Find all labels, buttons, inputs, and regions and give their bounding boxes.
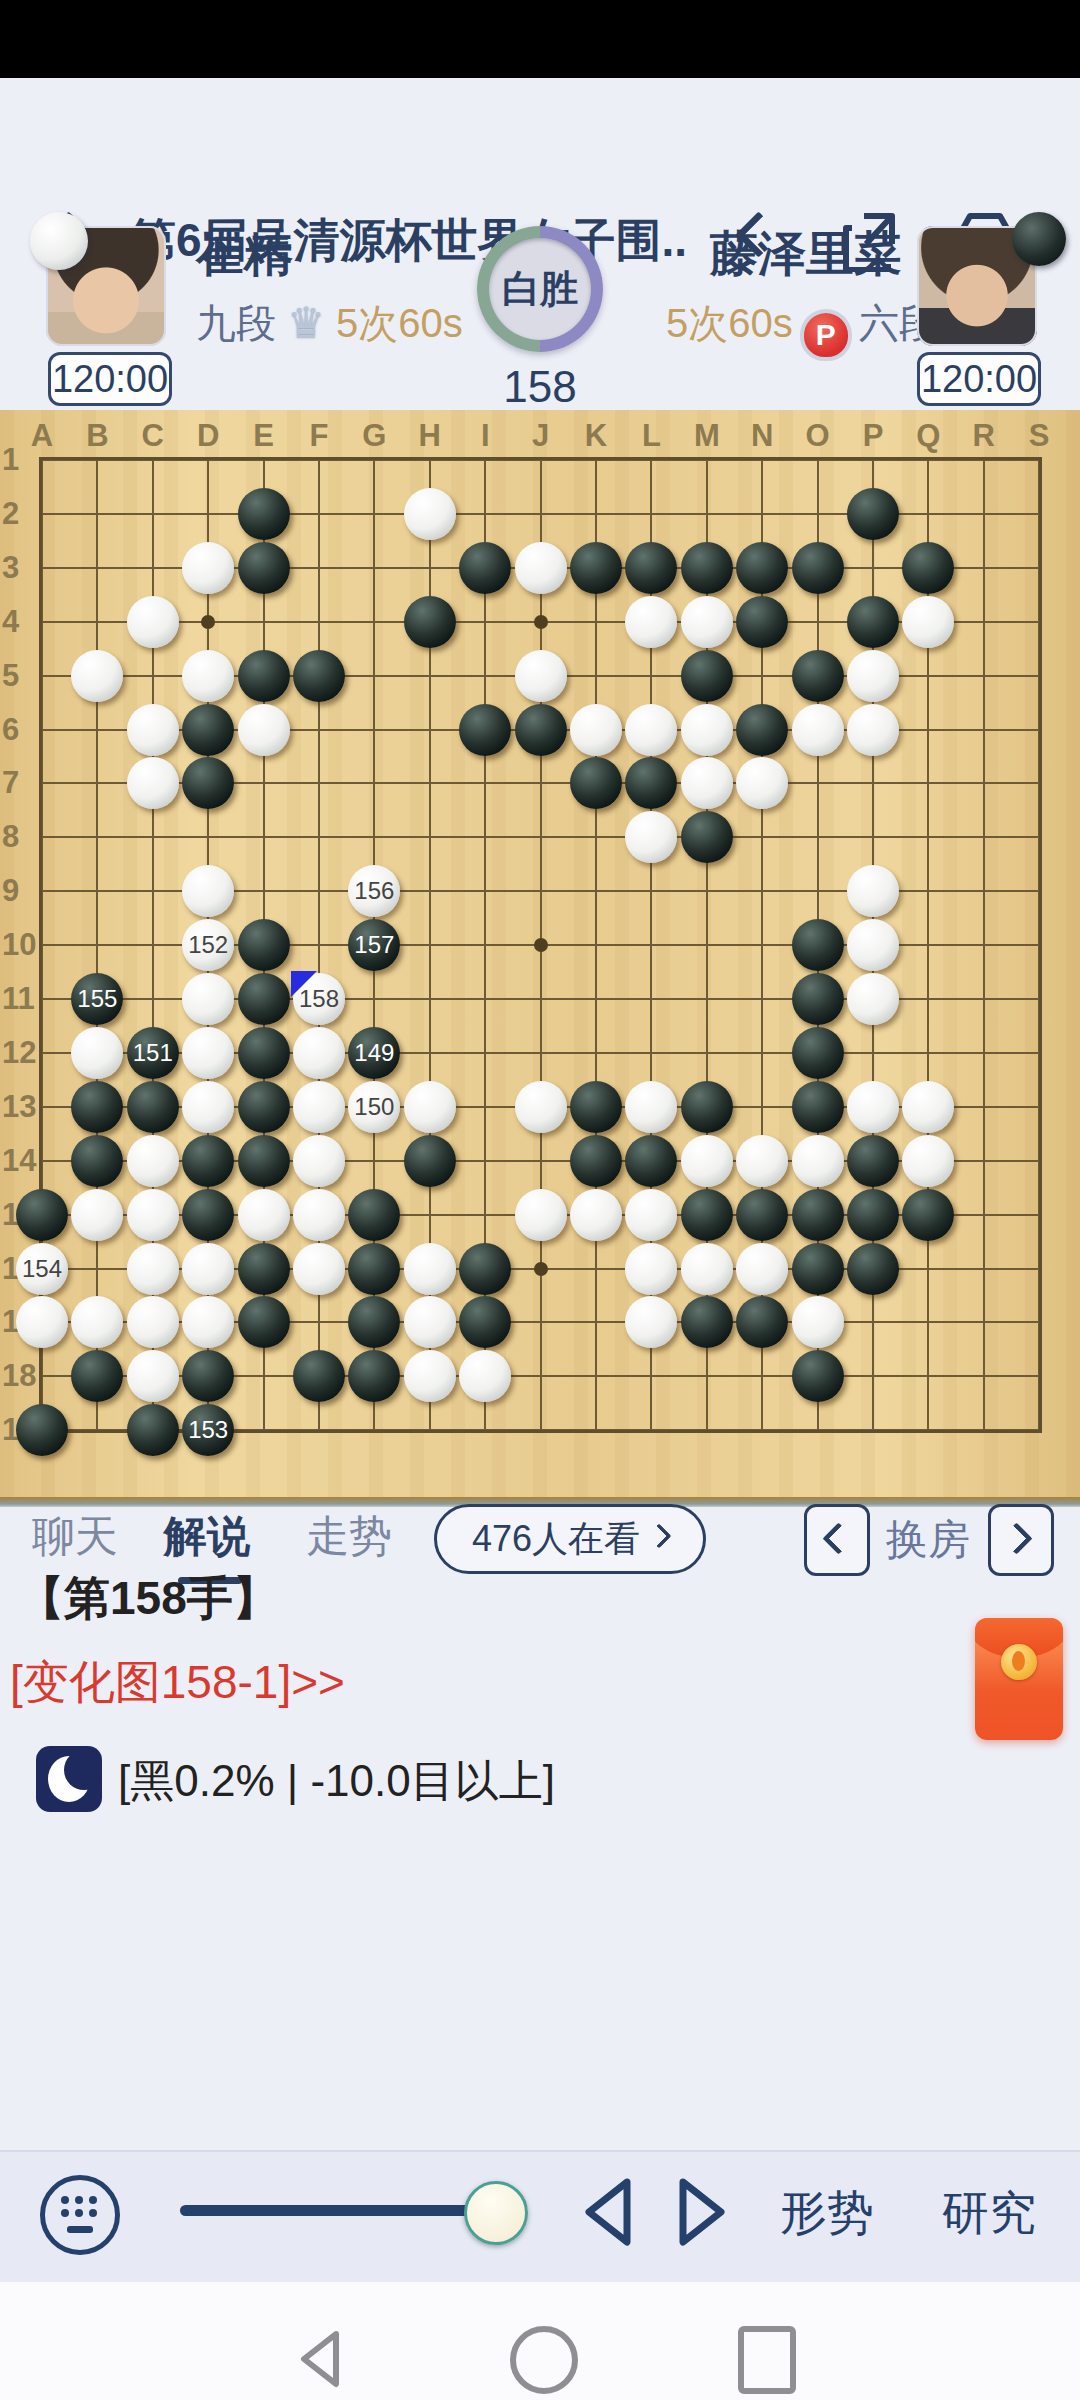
go-stone xyxy=(293,1350,345,1402)
go-stone xyxy=(459,704,511,756)
coordinate-row-label: 18 xyxy=(2,1358,38,1394)
go-stone: 155 xyxy=(71,973,123,1025)
coordinate-column-label: I xyxy=(471,418,499,454)
right-player-clock: 120:00 xyxy=(917,352,1041,406)
star-point xyxy=(534,615,548,629)
go-stone xyxy=(792,1296,844,1348)
go-stone xyxy=(847,973,899,1025)
coordinate-column-label: S xyxy=(1025,418,1053,454)
go-stone xyxy=(570,1189,622,1241)
coordinate-column-label: D xyxy=(194,418,222,454)
go-stone xyxy=(16,1296,68,1348)
go-stone xyxy=(902,542,954,594)
go-stone xyxy=(736,542,788,594)
go-stone xyxy=(515,542,567,594)
viewers-pill[interactable]: 476人在看 xyxy=(434,1504,706,1574)
go-stone xyxy=(570,704,622,756)
go-stone xyxy=(182,1027,234,1079)
go-stone: 149 xyxy=(348,1027,400,1079)
go-stone xyxy=(182,1135,234,1187)
coordinate-row-label: 8 xyxy=(2,819,38,855)
go-stone: 151 xyxy=(127,1027,179,1079)
go-stone xyxy=(71,1081,123,1133)
coordinate-column-label: J xyxy=(527,418,555,454)
app-screen: 第6届吴清源杯世界女子围... 崔精 九段 ♛ 5次60s 120:00 白胜 … xyxy=(0,0,1080,2400)
star-point xyxy=(534,1262,548,1276)
prev-room-button[interactable] xyxy=(804,1504,870,1576)
go-stone xyxy=(127,1243,179,1295)
header: 第6届吴清源杯世界女子围... xyxy=(0,78,1080,190)
change-room-label: 换房 xyxy=(886,1512,970,1568)
go-stone xyxy=(127,596,179,648)
coordinate-column-label: O xyxy=(804,418,832,454)
go-stone xyxy=(71,1027,123,1079)
go-stone xyxy=(459,1243,511,1295)
red-envelope-icon[interactable] xyxy=(975,1618,1063,1740)
go-stone xyxy=(792,973,844,1025)
go-stone xyxy=(902,1081,954,1133)
android-navbar xyxy=(0,2282,1080,2400)
go-stone xyxy=(127,1135,179,1187)
coordinate-row-label: 2 xyxy=(2,496,38,532)
go-stone xyxy=(681,1296,733,1348)
coordinate-column-label: E xyxy=(250,418,278,454)
coordinate-row-label: 14 xyxy=(2,1143,38,1179)
go-stone xyxy=(127,704,179,756)
go-stone xyxy=(681,542,733,594)
go-stone: 152 xyxy=(182,919,234,971)
black-stone-icon xyxy=(1012,212,1066,266)
coordinate-column-label: P xyxy=(859,418,887,454)
go-stone xyxy=(127,757,179,809)
go-stone xyxy=(293,1081,345,1133)
go-stone xyxy=(182,1189,234,1241)
move-number: 158 xyxy=(477,362,603,412)
right-player-rank-row: 5次60s P 六段 xyxy=(666,296,939,357)
go-stone xyxy=(238,1135,290,1187)
go-stone xyxy=(681,704,733,756)
left-player-name: 崔精 xyxy=(196,222,292,286)
go-stone xyxy=(348,1243,400,1295)
viewers-count: 476人在看 xyxy=(472,1515,640,1564)
status-bar xyxy=(0,0,1080,78)
go-stone xyxy=(404,1081,456,1133)
go-stone xyxy=(681,1081,733,1133)
go-stone xyxy=(404,1243,456,1295)
go-stone xyxy=(902,1189,954,1241)
result-ring: 白胜 xyxy=(477,226,603,352)
go-stone xyxy=(182,1081,234,1133)
left-player-clock: 120:00 xyxy=(48,352,172,406)
go-stone xyxy=(238,973,290,1025)
go-stone: 158 xyxy=(293,973,345,1025)
go-stone xyxy=(681,650,733,702)
last-move-marker xyxy=(291,971,317,997)
star-point xyxy=(201,615,215,629)
go-stone xyxy=(238,1081,290,1133)
go-stone xyxy=(736,1135,788,1187)
left-player-rank: 九段 xyxy=(196,301,276,345)
go-stone xyxy=(404,488,456,540)
replay-toolbar xyxy=(0,2150,1080,2282)
android-recents-icon[interactable] xyxy=(738,2326,796,2394)
coordinate-column-label: K xyxy=(582,418,610,454)
go-stone xyxy=(736,704,788,756)
coordinate-column-label: Q xyxy=(914,418,942,454)
go-stone xyxy=(902,1135,954,1187)
right-player-name: 藤泽里菜 xyxy=(710,222,902,286)
go-stone xyxy=(625,542,677,594)
go-stone xyxy=(625,1243,677,1295)
go-stone xyxy=(847,704,899,756)
go-stone xyxy=(515,1189,567,1241)
go-stone xyxy=(71,1135,123,1187)
move-slider-thumb[interactable] xyxy=(464,2181,528,2245)
coordinate-column-label: H xyxy=(416,418,444,454)
prev-move-button[interactable] xyxy=(575,2172,645,2252)
go-stone xyxy=(459,542,511,594)
research-button[interactable]: 研究 xyxy=(942,2182,1036,2245)
right-player-byoyomi: 5次60s xyxy=(666,301,793,345)
coordinate-column-label: L xyxy=(637,418,665,454)
go-stone xyxy=(736,1243,788,1295)
next-room-button[interactable] xyxy=(988,1504,1054,1576)
go-stone xyxy=(182,650,234,702)
go-stone: 154 xyxy=(16,1243,68,1295)
go-stone xyxy=(625,596,677,648)
crown-icon: ♛ xyxy=(287,299,325,346)
go-stone xyxy=(847,596,899,648)
go-stone xyxy=(238,1296,290,1348)
go-stone xyxy=(293,1189,345,1241)
go-stone xyxy=(570,1081,622,1133)
coordinate-row-label: 11 xyxy=(2,981,38,1017)
go-stone xyxy=(238,1243,290,1295)
go-stone: 150 xyxy=(348,1081,400,1133)
go-stone xyxy=(681,1135,733,1187)
coordinate-column-label: B xyxy=(83,418,111,454)
go-stone xyxy=(792,1243,844,1295)
go-stone xyxy=(681,1189,733,1241)
go-stone xyxy=(847,488,899,540)
tab-chat[interactable]: 聊天 xyxy=(32,1508,118,1566)
go-stone xyxy=(570,1135,622,1187)
go-stone xyxy=(182,865,234,917)
go-stone xyxy=(681,811,733,863)
go-stone xyxy=(127,1189,179,1241)
go-stone xyxy=(127,1404,179,1456)
go-stone xyxy=(792,1027,844,1079)
go-stone xyxy=(792,1189,844,1241)
go-stone xyxy=(293,650,345,702)
ai-eval-text: [黑0.2% | -10.0目以上] xyxy=(118,1752,555,1811)
go-stone xyxy=(681,1243,733,1295)
go-stone xyxy=(515,650,567,702)
coordinate-column-label: G xyxy=(360,418,388,454)
go-stone xyxy=(515,1081,567,1133)
go-stone xyxy=(625,1135,677,1187)
go-stone xyxy=(404,596,456,648)
coordinate-row-label: 4 xyxy=(2,604,38,640)
coordinate-row-label: 9 xyxy=(2,873,38,909)
go-stone xyxy=(736,1189,788,1241)
go-stone xyxy=(625,704,677,756)
coordinate-column-label: N xyxy=(748,418,776,454)
go-stone xyxy=(293,1027,345,1079)
go-stone xyxy=(238,704,290,756)
go-stone xyxy=(182,542,234,594)
go-stone xyxy=(293,1243,345,1295)
go-stone xyxy=(681,757,733,809)
go-stone xyxy=(792,1081,844,1133)
coordinate-column-label: C xyxy=(139,418,167,454)
coordinate-row-label: 1 xyxy=(2,442,38,478)
coordinate-row-label: 13 xyxy=(2,1089,38,1125)
go-stone xyxy=(625,1081,677,1133)
go-stone xyxy=(238,650,290,702)
go-stone xyxy=(847,1243,899,1295)
coordinate-row-label: 3 xyxy=(2,550,38,586)
go-stone xyxy=(182,704,234,756)
go-stone xyxy=(792,1350,844,1402)
go-stone xyxy=(902,596,954,648)
commentary-move-heading: 【第158手】 xyxy=(18,1568,279,1630)
move-slider[interactable] xyxy=(180,2205,502,2216)
go-stone xyxy=(515,704,567,756)
keyboard-icon[interactable] xyxy=(40,2175,120,2255)
go-stone xyxy=(16,1404,68,1456)
go-stone xyxy=(792,919,844,971)
coordinate-row-label: 7 xyxy=(2,765,38,801)
tab-commentary[interactable]: 解说 xyxy=(164,1508,250,1566)
go-stone xyxy=(625,1189,677,1241)
go-stone xyxy=(127,1296,179,1348)
go-stone xyxy=(182,1243,234,1295)
situation-button[interactable]: 形势 xyxy=(780,2182,874,2245)
go-stone xyxy=(182,973,234,1025)
go-stone xyxy=(570,542,622,594)
go-stone xyxy=(238,1027,290,1079)
android-back-icon[interactable] xyxy=(292,2326,348,2392)
go-stone xyxy=(736,596,788,648)
go-stone xyxy=(847,650,899,702)
tab-trend[interactable]: 走势 xyxy=(306,1508,392,1566)
go-stone xyxy=(792,704,844,756)
go-stone xyxy=(404,1350,456,1402)
go-board[interactable]: A1B2C3D4E5F6G7H8I9J10K11L12M13N14O15P16Q… xyxy=(0,410,1080,1500)
go-stone xyxy=(127,1081,179,1133)
go-stone xyxy=(238,919,290,971)
go-stone xyxy=(293,1135,345,1187)
go-stone xyxy=(16,1189,68,1241)
coordinate-row-label: 6 xyxy=(2,712,38,748)
go-stone xyxy=(71,1189,123,1241)
go-stone xyxy=(238,1189,290,1241)
go-stone xyxy=(71,650,123,702)
go-stone xyxy=(792,1135,844,1187)
go-stone xyxy=(348,1189,400,1241)
left-player-rank-row: 九段 ♛ 5次60s xyxy=(196,296,463,351)
go-stone xyxy=(238,542,290,594)
go-stone xyxy=(570,757,622,809)
go-stone xyxy=(404,1135,456,1187)
star-point xyxy=(534,938,548,952)
go-stone xyxy=(792,542,844,594)
white-stone-icon xyxy=(30,212,88,270)
coordinate-row-label: 12 xyxy=(2,1035,38,1071)
coordinate-row-label: 5 xyxy=(2,658,38,694)
android-home-icon[interactable] xyxy=(510,2326,578,2394)
go-stone xyxy=(847,919,899,971)
go-stone xyxy=(404,1296,456,1348)
coordinate-row-label: 10 xyxy=(2,927,38,963)
coordinate-column-label: R xyxy=(970,418,998,454)
next-move-button[interactable] xyxy=(665,2172,735,2252)
go-stone xyxy=(792,650,844,702)
go-stone xyxy=(847,1081,899,1133)
variation-diagram-link[interactable]: [变化图158-1]>> xyxy=(10,1652,345,1714)
left-player-byoyomi: 5次60s xyxy=(336,301,463,345)
go-stone xyxy=(127,1350,179,1402)
p-badge-icon: P xyxy=(804,313,848,357)
go-stone xyxy=(847,865,899,917)
go-stone: 153 xyxy=(182,1404,234,1456)
go-stone xyxy=(681,596,733,648)
go-stone xyxy=(238,488,290,540)
coordinate-column-label: F xyxy=(305,418,333,454)
coordinate-column-label: M xyxy=(693,418,721,454)
go-stone xyxy=(847,1135,899,1187)
go-stone xyxy=(847,1189,899,1241)
result-badge: 白胜 xyxy=(489,238,591,340)
ai-engine-icon xyxy=(36,1746,102,1812)
